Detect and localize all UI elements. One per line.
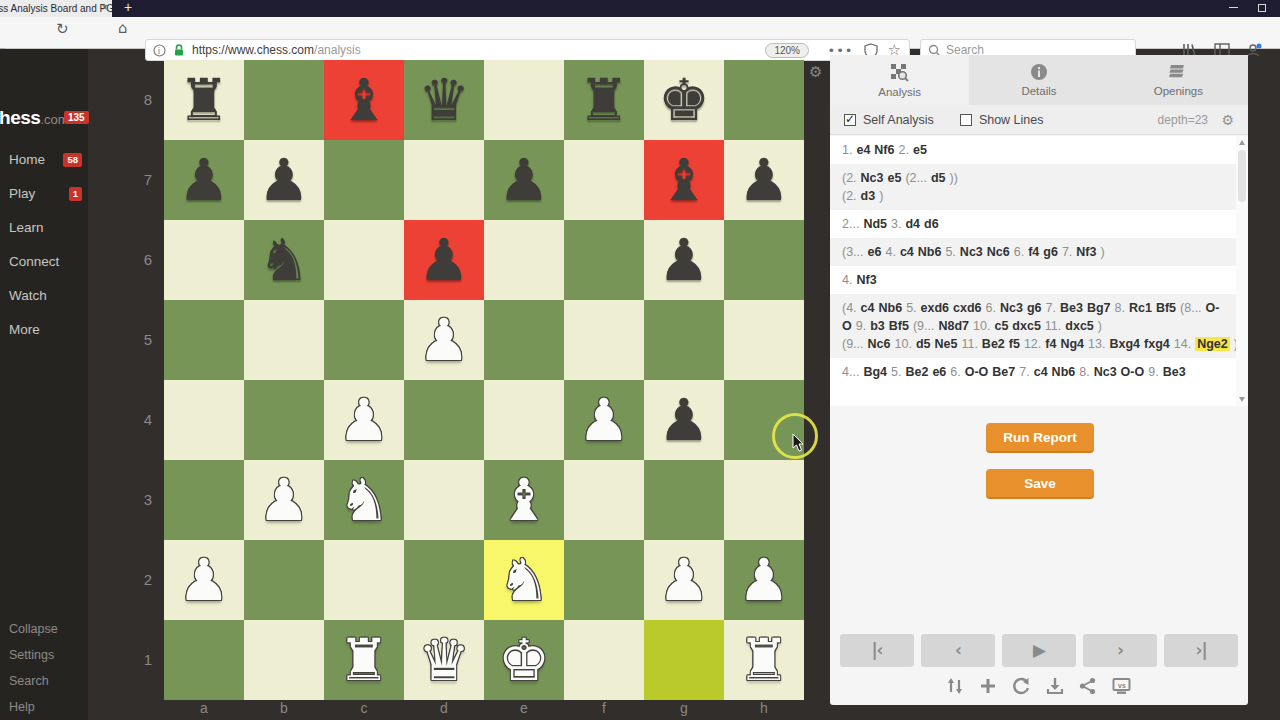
- badge: 1: [69, 187, 82, 201]
- square-h3[interactable]: [724, 460, 804, 540]
- move[interactable]: Bf5: [1156, 301, 1176, 315]
- analysis-panel: Analysis Details Openings Self Analysis: [830, 55, 1248, 705]
- run-report-button[interactable]: Run Report: [986, 423, 1094, 453]
- square-d8[interactable]: ♛: [404, 60, 484, 140]
- share-icon[interactable]: [1079, 677, 1096, 695]
- square-b4[interactable]: [244, 380, 324, 460]
- board-tools: vs: [830, 677, 1248, 695]
- chess-board[interactable]: ♜♝♛♜♚♟♟♟♝♟♞♟♟♟♟♟♟♟♞♝♟♞♟♟♜♛♚♜: [164, 60, 804, 700]
- black-pawn[interactable]: ♟: [658, 380, 710, 460]
- white-pawn[interactable]: ♟: [178, 540, 230, 620]
- square-d2[interactable]: [404, 540, 484, 620]
- rank-label-4: 4: [126, 380, 158, 460]
- nav-play-button[interactable]: ▶: [1002, 634, 1076, 667]
- move-number: (2...: [905, 171, 927, 185]
- move[interactable]: Nb6: [918, 245, 942, 259]
- scroll-down-arrow[interactable]: [1239, 397, 1245, 402]
- board-settings-gear-icon[interactable]: ⚙: [809, 63, 822, 81]
- move-number: (8...: [1180, 301, 1202, 315]
- square-g8[interactable]: ♚: [644, 60, 724, 140]
- move[interactable]: Nc3: [960, 245, 983, 259]
- white-pawn[interactable]: ♟: [658, 540, 710, 620]
- black-pawn[interactable]: ♟: [498, 140, 550, 220]
- file-label-d: d: [404, 700, 484, 718]
- svg-text:i: i: [158, 46, 160, 56]
- move[interactable]: c4: [1034, 365, 1048, 379]
- black-rook[interactable]: ♜: [178, 60, 230, 140]
- square-f4[interactable]: ♟: [564, 380, 644, 460]
- move-number: 7.: [1046, 301, 1056, 315]
- square-d3[interactable]: [404, 460, 484, 540]
- mainline-row: 1.e4Nf62.e5: [830, 136, 1236, 164]
- site-info-icon[interactable]: i: [153, 44, 166, 57]
- sidebar-item-home[interactable]: Home58: [0, 143, 88, 177]
- move-nav-buttons: |‹‹▶››|: [840, 634, 1238, 667]
- square-a6[interactable]: [164, 220, 244, 300]
- move-number: ): [879, 189, 883, 203]
- sidebar-footer-search[interactable]: Search: [0, 668, 88, 694]
- move[interactable]: Nc3: [1000, 301, 1023, 315]
- rank-label-2: 2: [126, 540, 158, 620]
- tab-analysis[interactable]: Analysis: [830, 55, 969, 105]
- rank-label-6: 6: [126, 220, 158, 300]
- square-e1[interactable]: ♚: [484, 620, 564, 700]
- square-g3[interactable]: [644, 460, 724, 540]
- square-c4[interactable]: ♟: [324, 380, 404, 460]
- black-bishop[interactable]: ♝: [658, 140, 710, 220]
- depth-indicator: depth=23: [1158, 113, 1208, 127]
- svg-text:vs: vs: [1118, 682, 1126, 689]
- move-number: 9.: [856, 319, 866, 333]
- white-rook[interactable]: ♜: [738, 620, 790, 700]
- square-f6[interactable]: [564, 220, 644, 300]
- browser-toolbar: ← ↻ ⌂ i https://www.chess.com/analysis 1…: [0, 17, 1280, 49]
- move[interactable]: e6: [932, 365, 946, 379]
- move-number: (9...: [913, 319, 935, 333]
- window-restore-button[interactable]: [1258, 4, 1266, 12]
- move-number: 6.: [950, 365, 960, 379]
- move[interactable]: d6: [924, 217, 939, 231]
- square-c5[interactable]: [324, 300, 404, 380]
- white-pawn[interactable]: ♟: [338, 380, 390, 460]
- move[interactable]: Ng4: [1060, 337, 1084, 351]
- move[interactable]: O-O: [1121, 365, 1145, 379]
- black-queen[interactable]: ♛: [418, 60, 470, 140]
- black-pawn[interactable]: ♟: [258, 140, 310, 220]
- move[interactable]: f4: [1045, 337, 1056, 351]
- move-number: (2.: [842, 171, 857, 185]
- square-c1[interactable]: ♜: [324, 620, 404, 700]
- file-label-h: h: [724, 700, 804, 718]
- move[interactable]: Bg4: [863, 365, 887, 379]
- square-h7[interactable]: ♟: [724, 140, 804, 220]
- move-number: 2...: [842, 217, 859, 231]
- square-e7[interactable]: ♟: [484, 140, 564, 220]
- black-bishop[interactable]: ♝: [338, 60, 390, 140]
- tab-title: Chess Analysis Board and PGN: [0, 3, 112, 14]
- move-number: (2.: [842, 189, 857, 203]
- square-a8[interactable]: ♜: [164, 60, 244, 140]
- sidebar-footer-help[interactable]: Help: [0, 694, 88, 720]
- zoom-level-badge[interactable]: 120%: [765, 43, 809, 58]
- square-b2[interactable]: [244, 540, 324, 620]
- sidebar-item-learn[interactable]: Learn: [0, 211, 88, 245]
- move[interactable]: e5: [913, 143, 927, 157]
- square-a3[interactable]: [164, 460, 244, 540]
- move[interactable]: d5: [931, 171, 946, 185]
- square-c6[interactable]: [324, 220, 404, 300]
- analysis-settings-gear-icon[interactable]: ⚙: [1221, 112, 1234, 128]
- white-pawn[interactable]: ♟: [578, 380, 630, 460]
- square-f8[interactable]: ♜: [564, 60, 644, 140]
- self-analysis-checkbox[interactable]: [844, 114, 856, 126]
- openings-book-icon: [1168, 63, 1188, 81]
- url-text: https://www.chess.com/analysis: [192, 43, 361, 57]
- square-d5[interactable]: ♟: [404, 300, 484, 380]
- mainline-row: 2...Nd53.d4d6: [830, 210, 1236, 238]
- file-label-e: e: [484, 700, 564, 718]
- square-e3[interactable]: ♝: [484, 460, 564, 540]
- mainline-row: 4.Nf3: [830, 266, 1236, 294]
- move[interactable]: N8d7: [938, 319, 969, 333]
- file-label-a: a: [164, 700, 244, 718]
- move[interactable]: Nc6: [987, 245, 1010, 259]
- move[interactable]: d5: [916, 337, 931, 351]
- reload-icon[interactable]: ↻: [56, 20, 69, 38]
- move-number: (9...: [842, 337, 864, 351]
- nav-last-button[interactable]: ›|: [1164, 634, 1238, 667]
- square-b3[interactable]: ♟: [244, 460, 324, 540]
- tab-openings[interactable]: Openings: [1109, 55, 1248, 105]
- file-label-g: g: [644, 700, 724, 718]
- move[interactable]: Be7: [992, 365, 1015, 379]
- move-number: 13.: [1088, 337, 1105, 351]
- black-rook[interactable]: ♜: [578, 60, 630, 140]
- nav-next-button[interactable]: ›: [1083, 634, 1157, 667]
- move[interactable]: f4: [1028, 245, 1039, 259]
- move-number: 12.: [1024, 337, 1041, 351]
- move[interactable]: c4: [900, 245, 914, 259]
- move-list: 1.e4Nf62.e5(2.Nc3e5(2...d5))(2.d3)2...Nd…: [830, 136, 1248, 406]
- move[interactable]: Nb6: [879, 301, 903, 315]
- browser-titlebar: Chess Analysis Board and PGN × +: [0, 0, 1280, 17]
- move[interactable]: Nc3: [1094, 365, 1117, 379]
- show-lines-label: Show Lines: [979, 113, 1044, 127]
- square-d1[interactable]: ♛: [404, 620, 484, 700]
- panel-tabs: Analysis Details Openings: [830, 55, 1248, 105]
- sidebar-item-connect[interactable]: Connect: [0, 245, 88, 279]
- mouse-cursor: [792, 434, 808, 452]
- move-number: (3...: [842, 245, 864, 259]
- rank-label-3: 3: [126, 460, 158, 540]
- white-pawn[interactable]: ♟: [258, 460, 310, 540]
- scroll-thumb[interactable]: [1238, 150, 1246, 202]
- move-number: 10.: [973, 319, 990, 333]
- square-d7[interactable]: [404, 140, 484, 220]
- white-king[interactable]: ♚: [498, 620, 550, 700]
- move[interactable]: e5: [888, 171, 902, 185]
- square-c2[interactable]: [324, 540, 404, 620]
- move-number: 5.: [891, 365, 901, 379]
- sidebar-item-more[interactable]: More: [0, 313, 88, 347]
- rank-labels: 87654321: [126, 60, 158, 700]
- move[interactable]: cxd6: [953, 301, 982, 315]
- move[interactable]: Bf5: [889, 319, 909, 333]
- move-number: 3.: [891, 217, 901, 231]
- square-e5[interactable]: [484, 300, 564, 380]
- rank-label-7: 7: [126, 140, 158, 220]
- square-b1[interactable]: [244, 620, 324, 700]
- move-number: 4...: [842, 365, 859, 379]
- browser-tab[interactable]: Chess Analysis Board and PGN ×: [0, 0, 112, 17]
- move-number: 14.: [1174, 337, 1191, 351]
- square-c8[interactable]: ♝: [324, 60, 404, 140]
- square-g5[interactable]: [644, 300, 724, 380]
- move-number: 9.: [1148, 365, 1158, 379]
- black-king[interactable]: ♚: [658, 60, 710, 140]
- sidebar-nav: Home58Play1LearnConnectWatchMore: [0, 143, 88, 347]
- file-label-f: f: [564, 700, 644, 718]
- white-knight[interactable]: ♞: [498, 540, 550, 620]
- tab-close-icon[interactable]: ×: [102, 1, 108, 13]
- square-h6[interactable]: [724, 220, 804, 300]
- square-e2[interactable]: ♞: [484, 540, 564, 620]
- move-number: (4.: [842, 301, 857, 315]
- move[interactable]: Nc3: [861, 171, 884, 185]
- file-label-b: b: [244, 700, 324, 718]
- new-tab-button[interactable]: +: [124, 0, 132, 15]
- move-number: 6.: [986, 301, 996, 315]
- file-labels: abcdefgh: [164, 700, 804, 718]
- notifications-badge[interactable]: 135: [64, 111, 89, 124]
- sidebar-item-play[interactable]: Play1: [0, 177, 88, 211]
- black-knight[interactable]: ♞: [258, 220, 310, 300]
- mainline-row: 4...Bg45.Be2e66.O-OBe77.c4Nb68.Nc3O-O9.B…: [830, 358, 1236, 386]
- variation-row: (4.c4Nb65.exd6cxd66.Nc3g67.Be3Bg78.Rc1Bf…: [830, 294, 1236, 358]
- move[interactable]: Be3: [1060, 301, 1083, 315]
- white-knight[interactable]: ♞: [338, 460, 390, 540]
- white-pawn[interactable]: ♟: [418, 300, 470, 380]
- self-analysis-label: Self Analysis: [863, 113, 934, 127]
- flip-board-icon[interactable]: [946, 677, 964, 695]
- move-number: 7.: [1019, 365, 1029, 379]
- details-info-icon: [1030, 63, 1048, 81]
- sidebar-item-watch[interactable]: Watch: [0, 279, 88, 313]
- move-number: 8.: [1079, 365, 1089, 379]
- white-pawn[interactable]: ♟: [738, 540, 790, 620]
- rank-label-1: 1: [126, 620, 158, 700]
- square-f1[interactable]: [564, 620, 644, 700]
- move[interactable]: d4: [905, 217, 920, 231]
- move[interactable]: d3: [861, 189, 876, 203]
- move-number: 7.: [1062, 245, 1072, 259]
- move[interactable]: b3: [870, 319, 885, 333]
- square-b8[interactable]: [244, 60, 324, 140]
- square-g4[interactable]: ♟: [644, 380, 724, 460]
- move-number: 5.: [906, 301, 916, 315]
- square-e8[interactable]: [484, 60, 564, 140]
- move[interactable]: Nd5: [863, 217, 887, 231]
- black-pawn[interactable]: ♟: [658, 220, 710, 300]
- move-number: 1.: [842, 143, 852, 157]
- move[interactable]: dxc5: [1065, 319, 1094, 333]
- move[interactable]: Ne5: [934, 337, 957, 351]
- vs-computer-icon[interactable]: vs: [1111, 677, 1132, 695]
- move[interactable]: O-O: [965, 365, 989, 379]
- move[interactable]: Bg7: [1087, 301, 1111, 315]
- move-number: 5.: [945, 245, 955, 259]
- badge: 58: [63, 153, 82, 167]
- move-number: ): [1100, 245, 1104, 259]
- move[interactable]: dxc5: [1012, 319, 1041, 333]
- add-icon[interactable]: [979, 677, 997, 695]
- square-g7[interactable]: ♝: [644, 140, 724, 220]
- square-g6[interactable]: ♟: [644, 220, 724, 300]
- move-number: 4.: [842, 273, 852, 287]
- variation-row: (3...e64.c4Nb65.Nc3Nc66.f4g67.Nf3): [830, 238, 1236, 266]
- move[interactable]: c5: [994, 319, 1008, 333]
- save-button[interactable]: Save: [986, 469, 1094, 499]
- square-g2[interactable]: ♟: [644, 540, 724, 620]
- square-b7[interactable]: ♟: [244, 140, 324, 220]
- move[interactable]: exd6: [921, 301, 950, 315]
- sidebar-footer-collapse[interactable]: Collapse: [0, 616, 88, 642]
- square-a2[interactable]: ♟: [164, 540, 244, 620]
- square-f3[interactable]: [564, 460, 644, 540]
- black-pawn[interactable]: ♟: [738, 140, 790, 220]
- move-number: ): [1098, 319, 1102, 333]
- move-number: 10.: [894, 337, 911, 351]
- white-queen[interactable]: ♛: [418, 620, 470, 700]
- square-f7[interactable]: [564, 140, 644, 220]
- move[interactable]: Nf3: [856, 273, 876, 287]
- square-d4[interactable]: [404, 380, 484, 460]
- show-lines-checkbox[interactable]: [960, 114, 972, 126]
- url-bar[interactable]: i https://www.chess.com/analysis 120% ••…: [145, 39, 910, 61]
- move[interactable]: Nf6: [874, 143, 894, 157]
- square-a5[interactable]: [164, 300, 244, 380]
- square-a7[interactable]: ♟: [164, 140, 244, 220]
- square-e6[interactable]: [484, 220, 564, 300]
- square-b5[interactable]: [244, 300, 324, 380]
- black-pawn[interactable]: ♟: [178, 140, 230, 220]
- move[interactable]: Be2: [982, 337, 1005, 351]
- move[interactable]: Nc6: [868, 337, 891, 351]
- square-a4[interactable]: [164, 380, 244, 460]
- current-move[interactable]: Nge2: [1195, 337, 1230, 351]
- move[interactable]: c4: [861, 301, 875, 315]
- square-h8[interactable]: [724, 60, 804, 140]
- square-g1[interactable]: [644, 620, 724, 700]
- move-number: 2.: [899, 143, 909, 157]
- tab-details[interactable]: Details: [969, 55, 1108, 105]
- sidebar-footer-settings[interactable]: Settings: [0, 642, 88, 668]
- move-list-scrollbar[interactable]: [1236, 136, 1248, 406]
- analysis-icon: [890, 63, 909, 82]
- nav-first-button[interactable]: |‹: [840, 634, 914, 667]
- white-rook[interactable]: ♜: [338, 620, 390, 700]
- move[interactable]: e6: [868, 245, 882, 259]
- square-c3[interactable]: ♞: [324, 460, 404, 540]
- move-number: )): [950, 171, 958, 185]
- download-icon[interactable]: [1046, 677, 1064, 695]
- scroll-up-arrow[interactable]: [1239, 140, 1245, 145]
- variation-row: (2.Nc3e5(2...d5))(2.d3): [830, 164, 1236, 210]
- black-pawn[interactable]: ♟: [418, 220, 470, 300]
- sidebar-footer: CollapseSettingsSearchHelp: [0, 616, 88, 720]
- move-number: 11.: [1045, 319, 1061, 333]
- white-bishop[interactable]: ♝: [498, 460, 550, 540]
- rank-label-8: 8: [126, 60, 158, 140]
- square-b6[interactable]: ♞: [244, 220, 324, 300]
- square-f5[interactable]: [564, 300, 644, 380]
- window-minimize-button[interactable]: [1229, 7, 1238, 8]
- move[interactable]: e4: [856, 143, 870, 157]
- move-number: 11.: [961, 337, 977, 351]
- move[interactable]: g6: [1043, 245, 1058, 259]
- square-c7[interactable]: [324, 140, 404, 220]
- move[interactable]: Rc1: [1129, 301, 1152, 315]
- move[interactable]: Nb6: [1052, 365, 1076, 379]
- move[interactable]: g6: [1027, 301, 1042, 315]
- move[interactable]: fxg4: [1144, 337, 1170, 351]
- move[interactable]: f5: [1009, 337, 1020, 351]
- file-label-c: c: [324, 700, 404, 718]
- move[interactable]: Bxg4: [1109, 337, 1140, 351]
- lock-icon: [172, 43, 186, 57]
- move[interactable]: Nf3: [1076, 245, 1096, 259]
- home-icon[interactable]: ⌂: [118, 19, 128, 37]
- move[interactable]: Be2: [905, 365, 928, 379]
- nav-prev-button[interactable]: ‹: [921, 634, 995, 667]
- move[interactable]: Be3: [1163, 365, 1186, 379]
- square-a1[interactable]: [164, 620, 244, 700]
- square-e4[interactable]: [484, 380, 564, 460]
- move-number: 6.: [1014, 245, 1024, 259]
- square-d6[interactable]: ♟: [404, 220, 484, 300]
- square-h2[interactable]: ♟: [724, 540, 804, 620]
- move-number: 8.: [1115, 301, 1125, 315]
- account-icon[interactable]: [1246, 43, 1262, 57]
- move-number: 4.: [885, 245, 895, 259]
- sidebar: chess.com 135 Home58Play1LearnConnectWat…: [0, 49, 88, 720]
- rank-label-5: 5: [126, 300, 158, 380]
- square-h1[interactable]: ♜: [724, 620, 804, 700]
- reset-icon[interactable]: [1012, 677, 1031, 695]
- square-f2[interactable]: [564, 540, 644, 620]
- square-h5[interactable]: [724, 300, 804, 380]
- panel-options: Self Analysis Show Lines depth=23 ⚙: [830, 105, 1248, 135]
